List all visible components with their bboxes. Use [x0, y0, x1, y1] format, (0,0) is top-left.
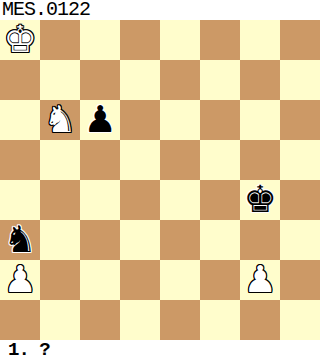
square-f2[interactable]: [200, 260, 240, 300]
square-f1[interactable]: [200, 300, 240, 340]
square-b3[interactable]: [40, 220, 80, 260]
square-h6[interactable]: [280, 100, 320, 140]
square-c6[interactable]: ♟: [80, 100, 120, 140]
square-f5[interactable]: [200, 140, 240, 180]
square-f7[interactable]: [200, 60, 240, 100]
square-d1[interactable]: [120, 300, 160, 340]
chess-board: ♚♞♟♚♞♟♟: [0, 20, 320, 340]
square-b7[interactable]: [40, 60, 80, 100]
square-h7[interactable]: [280, 60, 320, 100]
square-c8[interactable]: [80, 20, 120, 60]
piece-black-king[interactable]: ♚: [243, 181, 276, 218]
square-d7[interactable]: [120, 60, 160, 100]
square-e5[interactable]: [160, 140, 200, 180]
square-b4[interactable]: [40, 180, 80, 220]
piece-white-king[interactable]: ♚: [3, 21, 36, 58]
square-g3[interactable]: [240, 220, 280, 260]
square-b5[interactable]: [40, 140, 80, 180]
square-b6[interactable]: ♞: [40, 100, 80, 140]
square-f6[interactable]: [200, 100, 240, 140]
square-d6[interactable]: [120, 100, 160, 140]
square-g6[interactable]: [240, 100, 280, 140]
square-h1[interactable]: [280, 300, 320, 340]
move-prompt: 1. ?: [0, 340, 320, 360]
square-e8[interactable]: [160, 20, 200, 60]
square-f4[interactable]: [200, 180, 240, 220]
square-e7[interactable]: [160, 60, 200, 100]
square-f8[interactable]: [200, 20, 240, 60]
square-c5[interactable]: [80, 140, 120, 180]
square-h5[interactable]: [280, 140, 320, 180]
square-f3[interactable]: [200, 220, 240, 260]
square-d5[interactable]: [120, 140, 160, 180]
square-d2[interactable]: [120, 260, 160, 300]
piece-white-pawn[interactable]: ♟: [243, 261, 276, 298]
square-e2[interactable]: [160, 260, 200, 300]
square-a6[interactable]: [0, 100, 40, 140]
square-c3[interactable]: [80, 220, 120, 260]
square-b2[interactable]: [40, 260, 80, 300]
piece-white-pawn[interactable]: ♟: [3, 261, 36, 298]
square-c1[interactable]: [80, 300, 120, 340]
square-b1[interactable]: [40, 300, 80, 340]
square-g5[interactable]: [240, 140, 280, 180]
square-e1[interactable]: [160, 300, 200, 340]
square-a3[interactable]: ♞: [0, 220, 40, 260]
square-a5[interactable]: [0, 140, 40, 180]
square-d8[interactable]: [120, 20, 160, 60]
square-a4[interactable]: [0, 180, 40, 220]
square-a8[interactable]: ♚: [0, 20, 40, 60]
square-d3[interactable]: [120, 220, 160, 260]
square-e4[interactable]: [160, 180, 200, 220]
square-c7[interactable]: [80, 60, 120, 100]
square-h4[interactable]: [280, 180, 320, 220]
square-g2[interactable]: ♟: [240, 260, 280, 300]
square-a2[interactable]: ♟: [0, 260, 40, 300]
square-e3[interactable]: [160, 220, 200, 260]
square-h8[interactable]: [280, 20, 320, 60]
square-g1[interactable]: [240, 300, 280, 340]
piece-white-knight[interactable]: ♞: [43, 101, 76, 138]
piece-black-pawn[interactable]: ♟: [83, 101, 116, 138]
square-g8[interactable]: [240, 20, 280, 60]
square-a1[interactable]: [0, 300, 40, 340]
square-c4[interactable]: [80, 180, 120, 220]
square-h3[interactable]: [280, 220, 320, 260]
square-c2[interactable]: [80, 260, 120, 300]
chess-diagram: MES.0122 ♚♞♟♚♞♟♟ 1. ?: [0, 0, 320, 360]
square-g7[interactable]: [240, 60, 280, 100]
square-e6[interactable]: [160, 100, 200, 140]
diagram-title: MES.0122: [0, 0, 320, 20]
square-a7[interactable]: [0, 60, 40, 100]
square-g4[interactable]: ♚: [240, 180, 280, 220]
square-d4[interactable]: [120, 180, 160, 220]
square-b8[interactable]: [40, 20, 80, 60]
square-h2[interactable]: [280, 260, 320, 300]
piece-black-knight[interactable]: ♞: [3, 221, 36, 258]
